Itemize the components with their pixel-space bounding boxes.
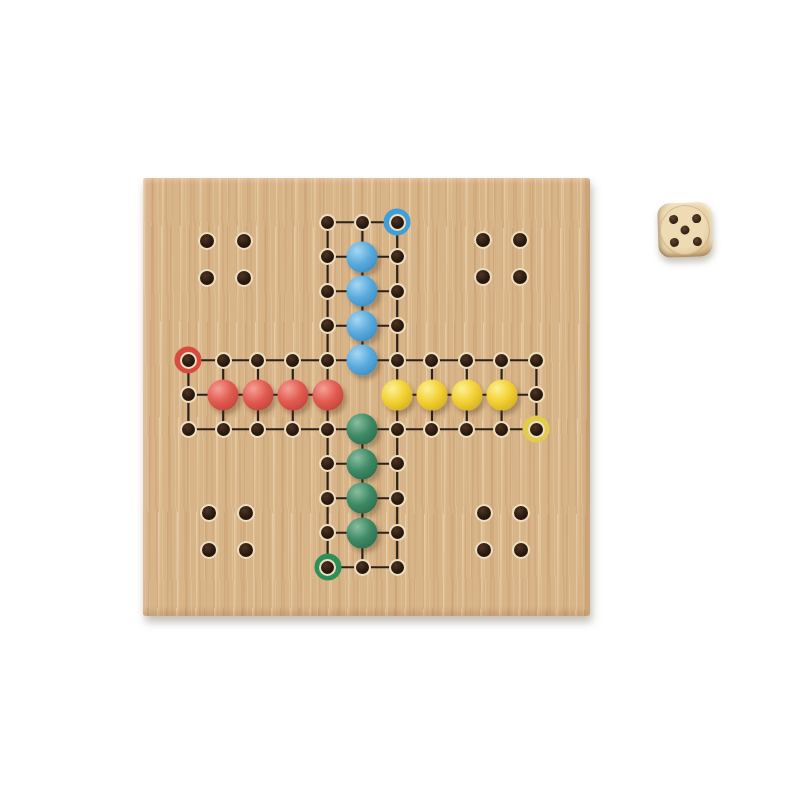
- die-pip: [691, 213, 700, 222]
- home-base-hole-bottom-right: [475, 541, 493, 559]
- die-pip: [668, 214, 677, 223]
- die-pip: [680, 225, 689, 234]
- home-base-hole-top-left: [198, 232, 216, 250]
- home-base-hole-top-left: [198, 269, 216, 287]
- die-pip: [669, 237, 678, 246]
- home-base-hole-bottom-left: [200, 504, 218, 522]
- home-base-hole-top-right: [474, 231, 492, 249]
- home-base-hole-top-right: [474, 268, 492, 286]
- home-base-hole-bottom-left: [237, 504, 255, 522]
- home-base-hole-bottom-left: [200, 541, 218, 559]
- home-base-hole-top-left: [235, 269, 253, 287]
- home-base-hole-bottom-right: [512, 541, 530, 559]
- ludo-board: [143, 178, 590, 616]
- home-base-hole-top-right: [511, 231, 529, 249]
- home-base-hole-bottom-right: [512, 504, 530, 522]
- home-base-hole-bottom-left: [237, 541, 255, 559]
- die-pip: [692, 236, 701, 245]
- home-base-hole-top-right: [511, 268, 529, 286]
- home-base-hole-bottom-right: [475, 504, 493, 522]
- die-face-five: [659, 204, 711, 256]
- home-bases: [143, 178, 590, 616]
- home-base-hole-top-left: [235, 232, 253, 250]
- product-photo: [0, 0, 800, 800]
- wooden-die[interactable]: [657, 202, 713, 258]
